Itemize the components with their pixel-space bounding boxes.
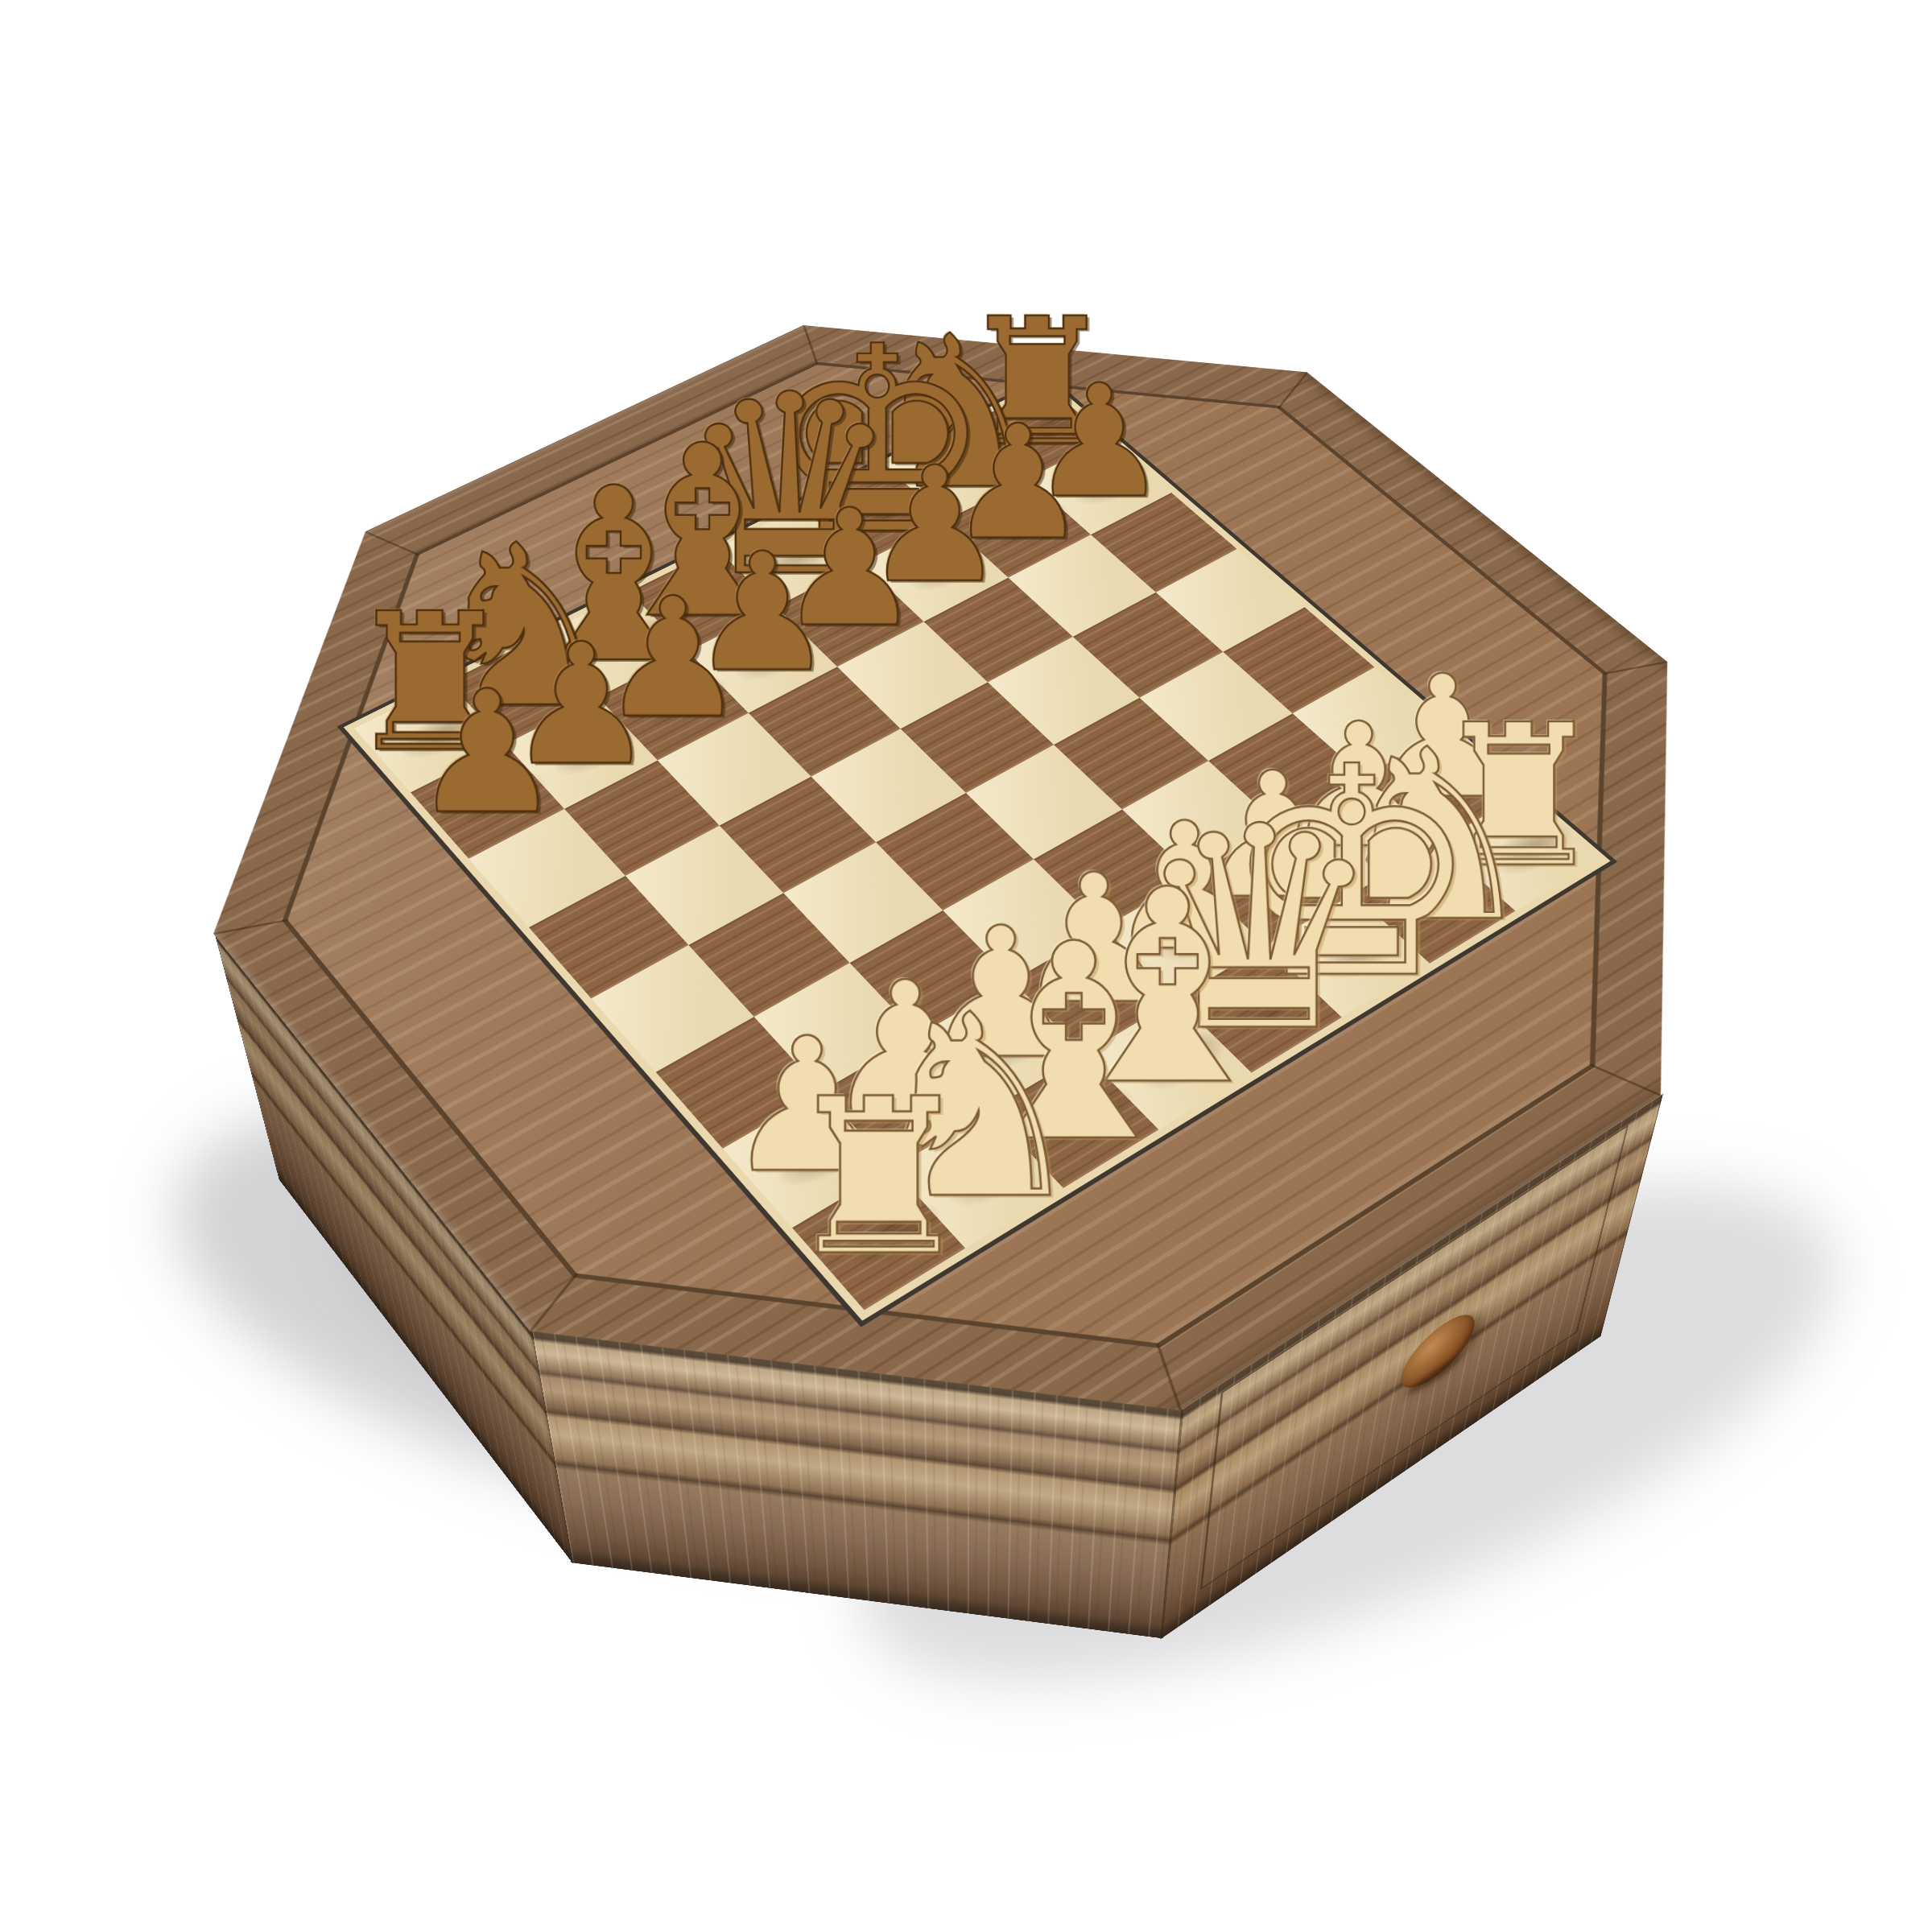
frame-mitre-joint [529,1274,578,1332]
octagonal-chess-box: ♜♞♝♝♛♚♞♜♟♟♟♟♟♟♟♟♟♟♟♟♟♟♟♟♜♞♝♝♛♚♞♜ [22,193,1932,1664]
frame-mitre-joint [213,919,288,935]
frame-mitre-joint [1277,372,1308,409]
drawer-knob[interactable] [1397,1300,1480,1403]
frame-mitre-joint [1603,661,1669,675]
frame-mitre-joint [1156,1344,1182,1412]
frame-mitre-joint [1590,1064,1662,1097]
scene: ♜♞♝♝♛♚♞♜♟♟♟♟♟♟♟♟♟♟♟♟♟♟♟♟♜♞♝♝♛♚♞♜ [0,0,1932,1932]
